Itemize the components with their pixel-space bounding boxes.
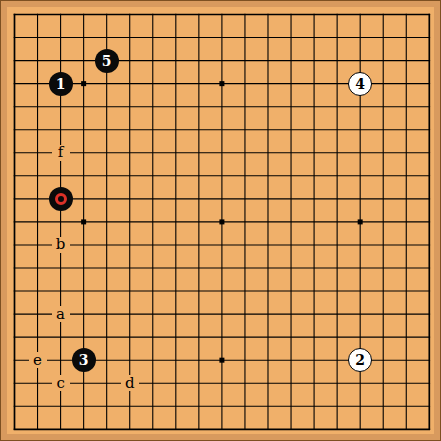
point-label-d-F3: d — [121, 375, 139, 391]
point-label-e-B4: e — [29, 352, 47, 368]
point-label-c-C3: c — [52, 375, 70, 391]
stone-black-3-D4: 3 — [72, 348, 96, 372]
red-circle-mark-icon — [55, 193, 67, 205]
point-label-b-C9: b — [52, 237, 70, 253]
point-label-f-C13: f — [52, 145, 70, 161]
go-board: 12345abcdef — [0, 0, 441, 441]
point-label-a-C6: a — [52, 306, 70, 322]
stone-white-4-Q16: 4 — [348, 72, 372, 96]
move-number: 3 — [79, 353, 89, 367]
move-number: 5 — [102, 54, 112, 68]
move-number: 2 — [355, 353, 365, 367]
move-number: 1 — [56, 77, 66, 91]
stone-black-1-C16: 1 — [49, 72, 73, 96]
stone-black-marked-C11 — [49, 187, 73, 211]
move-number: 4 — [355, 77, 365, 91]
stone-black-5-E17: 5 — [95, 49, 119, 73]
